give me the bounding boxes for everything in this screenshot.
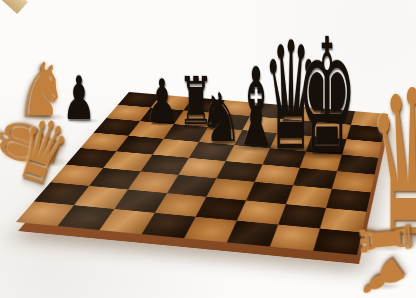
wood-piece-fragment [0, 0, 28, 14]
black-pawn[interactable]: ♟ [145, 71, 178, 131]
black-king[interactable]: ♚ [297, 17, 357, 176]
square-g8[interactable] [270, 225, 320, 251]
chess-set-photo: ♟♜♞♝♛♚♞♟♚♛♛♜♟ [0, 0, 416, 298]
